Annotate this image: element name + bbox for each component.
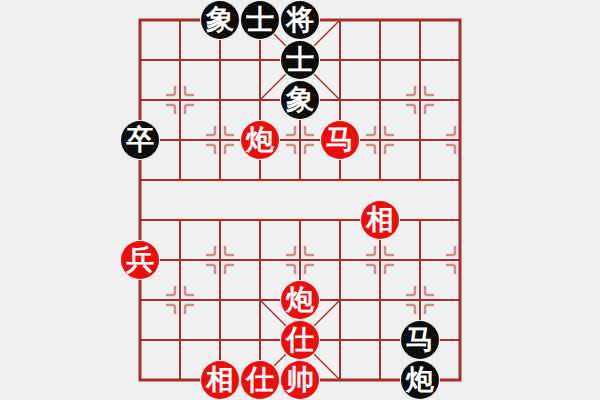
piece-red-horse[interactable]: 马 <box>321 121 359 159</box>
piece-red-general[interactable]: 帅 <box>281 361 319 399</box>
xiangqi-board[interactable]: 象士将士象卒炮马相兵炮仕马相仕帅炮 <box>0 0 600 400</box>
piece-red-cannon[interactable]: 炮 <box>281 281 319 319</box>
piece-black-elephant[interactable]: 象 <box>281 81 319 119</box>
piece-red-advisor[interactable]: 仕 <box>241 361 279 399</box>
piece-black-horse[interactable]: 马 <box>401 321 439 359</box>
piece-black-cannon[interactable]: 炮 <box>401 361 439 399</box>
piece-red-soldier[interactable]: 兵 <box>121 241 159 279</box>
piece-black-advisor[interactable]: 士 <box>281 41 319 79</box>
piece-red-elephant[interactable]: 相 <box>361 201 399 239</box>
piece-red-elephant[interactable]: 相 <box>201 361 239 399</box>
piece-black-general[interactable]: 将 <box>281 1 319 39</box>
piece-red-cannon[interactable]: 炮 <box>241 121 279 159</box>
piece-black-advisor[interactable]: 士 <box>241 1 279 39</box>
piece-black-elephant[interactable]: 象 <box>201 1 239 39</box>
piece-red-advisor[interactable]: 仕 <box>281 321 319 359</box>
pieces-layer: 象士将士象卒炮马相兵炮仕马相仕帅炮 <box>0 0 600 400</box>
piece-black-soldier[interactable]: 卒 <box>121 121 159 159</box>
